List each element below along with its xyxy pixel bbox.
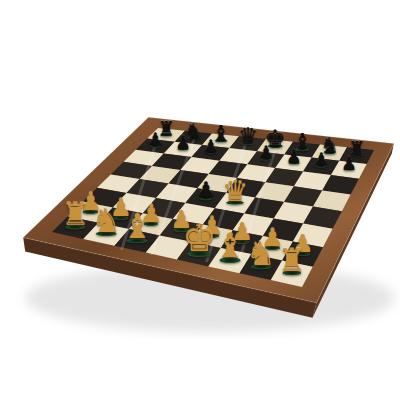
chess-board <box>0 0 400 400</box>
chess-set-photo: ♜♞♝♛♟♚♟♝♞♟♜♟♟♟♟♟♛♟♟♟♜♟♞♟♝♟♟♚♟♝♞♜ <box>0 0 400 400</box>
